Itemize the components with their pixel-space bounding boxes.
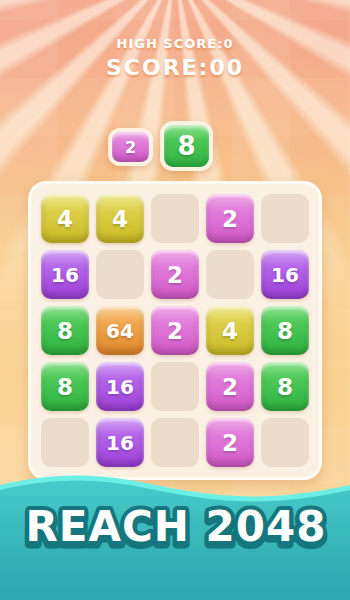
goal-text: REACH 2048 xyxy=(25,502,326,551)
empty-cell xyxy=(261,418,309,467)
tile-4: 4 xyxy=(41,194,89,243)
empty-cell xyxy=(206,250,254,299)
score-label: SCORE:00 xyxy=(0,55,350,80)
tile-8: 8 xyxy=(261,306,309,355)
tile-2: 2 xyxy=(151,306,199,355)
tile-2: 2 xyxy=(206,362,254,411)
empty-cell xyxy=(151,362,199,411)
next-tile-preview-current: 8 xyxy=(160,121,213,171)
tile-2: 2 xyxy=(151,250,199,299)
empty-cell xyxy=(96,250,144,299)
empty-cell xyxy=(261,194,309,243)
tile-16: 16 xyxy=(41,250,89,299)
tile-8: 8 xyxy=(41,362,89,411)
tile-16: 16 xyxy=(96,362,144,411)
high-score-label: HIGH SCORE:0 xyxy=(0,36,350,51)
footer-wave: REACH 2048 REACH 2048 xyxy=(0,475,350,600)
tile-8: 8 xyxy=(41,306,89,355)
tile-8: 8 xyxy=(261,362,309,411)
board-grid[interactable]: 4421621686424881628162 xyxy=(28,181,322,480)
next-tile-preview-small: 2 xyxy=(108,128,153,166)
tile-2: 2 xyxy=(206,194,254,243)
tile-64: 64 xyxy=(96,306,144,355)
game-screen: HIGH SCORE:0 SCORE:00 2 8 44216216864248… xyxy=(0,0,350,600)
empty-cell xyxy=(41,418,89,467)
tile-16: 16 xyxy=(261,250,309,299)
tile-2: 2 xyxy=(206,418,254,467)
empty-cell xyxy=(151,418,199,467)
empty-cell xyxy=(151,194,199,243)
tile-16: 16 xyxy=(96,418,144,467)
tile-4: 4 xyxy=(96,194,144,243)
tile-4: 4 xyxy=(206,306,254,355)
